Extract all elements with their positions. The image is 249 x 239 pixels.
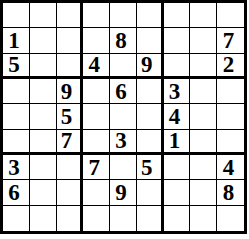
cell-r8c8[interactable] — [190, 180, 217, 205]
cell-r4c7: 3 — [164, 79, 191, 104]
given-digit: 3 — [8, 156, 20, 179]
given-digit: 8 — [223, 181, 235, 204]
cell-r8c3[interactable] — [57, 180, 84, 205]
given-digit: 4 — [88, 54, 100, 77]
cell-r2c3[interactable] — [57, 28, 84, 53]
cell-r7c9: 4 — [217, 155, 244, 180]
cell-r5c9[interactable] — [217, 104, 244, 129]
cell-r1c2[interactable] — [30, 3, 57, 28]
cell-r2c8[interactable] — [190, 28, 217, 53]
cell-r2c9: 7 — [217, 28, 244, 53]
cell-r9c4[interactable] — [83, 206, 110, 231]
cell-r1c5[interactable] — [110, 3, 137, 28]
given-digit: 1 — [8, 29, 20, 52]
given-digit: 9 — [115, 181, 127, 204]
cell-r7c8[interactable] — [190, 155, 217, 180]
cell-r1c8[interactable] — [190, 3, 217, 28]
cell-r5c8[interactable] — [190, 104, 217, 129]
cell-r4c6[interactable] — [137, 79, 164, 104]
cell-r3c8[interactable] — [190, 54, 217, 79]
given-digit: 9 — [141, 54, 153, 77]
given-digit: 4 — [223, 156, 235, 179]
cell-r9c6[interactable] — [137, 206, 164, 231]
cell-r2c4[interactable] — [83, 28, 110, 53]
given-digit: 3 — [115, 130, 127, 153]
given-digit: 3 — [169, 80, 181, 103]
sudoku-page: 1875492963547313754698 — [0, 0, 249, 239]
cell-r9c1[interactable] — [3, 206, 30, 231]
cell-r8c4[interactable] — [83, 180, 110, 205]
cell-r1c9[interactable] — [217, 3, 244, 28]
sudoku-board: 1875492963547313754698 — [0, 0, 247, 234]
cell-r1c6[interactable] — [137, 3, 164, 28]
cell-r4c4[interactable] — [83, 79, 110, 104]
cell-r2c6[interactable] — [137, 28, 164, 53]
cell-r4c8[interactable] — [190, 79, 217, 104]
cell-r8c5: 9 — [110, 180, 137, 205]
cell-r6c6[interactable] — [137, 130, 164, 155]
given-digit: 6 — [115, 80, 127, 103]
cell-r6c5: 3 — [110, 130, 137, 155]
cell-r4c1[interactable] — [3, 79, 30, 104]
cell-r1c1[interactable] — [3, 3, 30, 28]
cell-r9c7[interactable] — [164, 206, 191, 231]
cell-r7c5[interactable] — [110, 155, 137, 180]
cell-r1c4[interactable] — [83, 3, 110, 28]
cell-r5c1[interactable] — [3, 104, 30, 129]
cell-r7c2[interactable] — [30, 155, 57, 180]
cell-r5c2[interactable] — [30, 104, 57, 129]
cell-r3c1: 5 — [3, 54, 30, 79]
cell-r3c3[interactable] — [57, 54, 84, 79]
cell-r4c5: 6 — [110, 79, 137, 104]
cell-r3c7[interactable] — [164, 54, 191, 79]
cell-r7c3[interactable] — [57, 155, 84, 180]
cell-r9c5[interactable] — [110, 206, 137, 231]
cell-r5c4[interactable] — [83, 104, 110, 129]
cell-r6c3: 7 — [57, 130, 84, 155]
cell-r5c7: 4 — [164, 104, 191, 129]
cell-r9c3[interactable] — [57, 206, 84, 231]
cell-r2c5: 8 — [110, 28, 137, 53]
cell-r9c2[interactable] — [30, 206, 57, 231]
cell-r6c9[interactable] — [217, 130, 244, 155]
cell-r9c9[interactable] — [217, 206, 244, 231]
cell-r4c3: 9 — [57, 79, 84, 104]
given-digit: 4 — [169, 105, 181, 128]
cell-r7c7[interactable] — [164, 155, 191, 180]
cell-r8c1: 6 — [3, 180, 30, 205]
cell-r6c1[interactable] — [3, 130, 30, 155]
cell-r3c6: 9 — [137, 54, 164, 79]
cell-r9c8[interactable] — [190, 206, 217, 231]
cell-r7c1: 3 — [3, 155, 30, 180]
cell-r8c2[interactable] — [30, 180, 57, 205]
cell-r8c9: 8 — [217, 180, 244, 205]
given-digit: 5 — [8, 54, 20, 77]
cell-r5c6[interactable] — [137, 104, 164, 129]
cell-r6c4[interactable] — [83, 130, 110, 155]
given-digit: 2 — [223, 54, 235, 77]
cell-r7c6: 5 — [137, 155, 164, 180]
given-digit: 7 — [61, 130, 73, 153]
given-digit: 7 — [223, 29, 235, 52]
cell-r7c4: 7 — [83, 155, 110, 180]
cell-r3c2[interactable] — [30, 54, 57, 79]
cell-r1c3[interactable] — [57, 3, 84, 28]
cell-r2c1: 1 — [3, 28, 30, 53]
given-digit: 9 — [61, 80, 73, 103]
cell-r4c2[interactable] — [30, 79, 57, 104]
cell-r1c7[interactable] — [164, 3, 191, 28]
cell-r8c6[interactable] — [137, 180, 164, 205]
cell-r2c2[interactable] — [30, 28, 57, 53]
given-digit: 7 — [88, 156, 100, 179]
given-digit: 6 — [8, 181, 20, 204]
cell-r3c9: 2 — [217, 54, 244, 79]
given-digit: 5 — [61, 105, 73, 128]
cell-r5c3: 5 — [57, 104, 84, 129]
cell-r3c4: 4 — [83, 54, 110, 79]
cell-r3c5[interactable] — [110, 54, 137, 79]
cell-r2c7[interactable] — [164, 28, 191, 53]
cell-r6c2[interactable] — [30, 130, 57, 155]
cell-r8c7[interactable] — [164, 180, 191, 205]
cell-r6c7: 1 — [164, 130, 191, 155]
given-digit: 5 — [141, 156, 153, 179]
cell-r6c8[interactable] — [190, 130, 217, 155]
given-digit: 1 — [169, 130, 181, 153]
cell-r5c5[interactable] — [110, 104, 137, 129]
cell-r4c9[interactable] — [217, 79, 244, 104]
given-digit: 8 — [115, 29, 127, 52]
